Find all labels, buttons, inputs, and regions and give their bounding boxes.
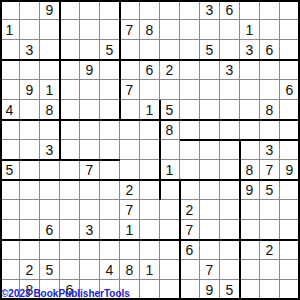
grid-cell[interactable] (140, 280, 160, 300)
grid-cell[interactable] (280, 280, 300, 300)
grid-cell-digit[interactable]: 5 (100, 40, 120, 60)
grid-cell[interactable] (220, 140, 240, 160)
grid-cell[interactable] (220, 220, 240, 240)
grid-cell[interactable] (200, 240, 220, 260)
grid-cell[interactable] (200, 100, 220, 120)
grid-cell[interactable] (260, 80, 280, 100)
grid-cell[interactable] (0, 140, 20, 160)
grid-cell[interactable] (120, 120, 140, 140)
grid-cell[interactable] (0, 120, 20, 140)
grid-cell[interactable] (120, 160, 140, 180)
grid-cell[interactable] (60, 100, 80, 120)
grid-cell[interactable] (200, 160, 220, 180)
grid-cell[interactable] (260, 200, 280, 220)
grid-cell[interactable] (240, 140, 260, 160)
grid-cell[interactable] (220, 180, 240, 200)
grid-cell[interactable] (100, 20, 120, 40)
grid-cell[interactable] (260, 260, 280, 280)
grid-cell[interactable] (220, 120, 240, 140)
grid-cell[interactable] (260, 120, 280, 140)
grid-cell[interactable] (160, 140, 180, 160)
region-border-line (159, 100, 161, 200)
grid-cell-digit[interactable]: 3 (80, 220, 100, 240)
grid-cell[interactable] (60, 240, 80, 260)
grid-cell-digit[interactable]: 9 (20, 80, 40, 100)
grid-cell[interactable] (120, 60, 140, 80)
grid-cell-digit[interactable]: 7 (120, 20, 140, 40)
grid-cell[interactable] (200, 200, 220, 220)
grid-cell-digit[interactable]: 5 (200, 40, 220, 60)
grid-cell[interactable] (60, 80, 80, 100)
grid-cell[interactable] (180, 80, 200, 100)
grid-cell[interactable] (140, 200, 160, 220)
grid-cell[interactable] (220, 160, 240, 180)
grid-cell[interactable] (100, 160, 120, 180)
grid-cell[interactable] (40, 120, 60, 140)
grid-cell-digit[interactable]: 5 (260, 180, 280, 200)
grid-cell[interactable] (80, 100, 100, 120)
grid-cell[interactable] (80, 260, 100, 280)
region-border-line (0, 119, 300, 121)
region-border-line (59, 0, 61, 160)
grid-cell[interactable] (280, 240, 300, 260)
grid-cell[interactable] (60, 120, 80, 140)
grid-cell[interactable] (260, 20, 280, 40)
grid-cell-digit[interactable]: 5 (0, 160, 20, 180)
grid-cell[interactable] (280, 180, 300, 200)
region-border-line (179, 180, 181, 300)
grid-cell-digit[interactable]: 1 (40, 80, 60, 100)
grid-cell-digit[interactable]: 9 (40, 0, 60, 20)
grid-cell[interactable] (120, 240, 140, 260)
grid-cell[interactable] (240, 60, 260, 80)
grid-cell[interactable] (0, 220, 20, 240)
grid-cell[interactable] (20, 240, 40, 260)
grid-cell-digit[interactable]: 9 (280, 160, 300, 180)
grid-cell-digit[interactable]: 5 (220, 280, 240, 300)
grid-cell[interactable] (40, 180, 60, 200)
grid-cell-digit[interactable]: 8 (260, 100, 280, 120)
grid-cell-digit[interactable]: 3 (240, 40, 260, 60)
grid-cell[interactable] (280, 200, 300, 220)
grid-cell[interactable] (180, 120, 200, 140)
grid-cell-digit[interactable]: 7 (80, 160, 100, 180)
grid-cell-digit[interactable]: 5 (160, 100, 180, 120)
grid-cell-digit[interactable]: 2 (260, 240, 280, 260)
grid-cell[interactable] (140, 120, 160, 140)
grid-cell-digit[interactable]: 8 (140, 20, 160, 40)
grid-cell[interactable] (20, 180, 40, 200)
grid-cell[interactable] (20, 200, 40, 220)
grid-cell[interactable] (40, 20, 60, 40)
grid-cell[interactable] (200, 20, 220, 40)
region-border-line (0, 59, 300, 61)
grid-cell[interactable] (220, 80, 240, 100)
grid-cell-digit[interactable]: 4 (100, 260, 120, 280)
grid-cell[interactable] (180, 40, 200, 60)
grid-cell-digit[interactable]: 1 (140, 260, 160, 280)
grid-cell[interactable] (80, 80, 100, 100)
grid-cell[interactable] (240, 220, 260, 240)
region-border-line (239, 140, 241, 300)
grid-cell-digit[interactable]: 6 (180, 240, 200, 260)
grid-cell[interactable] (160, 280, 180, 300)
grid-cell-digit[interactable]: 2 (120, 180, 140, 200)
grid-cell[interactable] (240, 240, 260, 260)
grid-cell[interactable] (100, 220, 120, 240)
grid-cell[interactable] (280, 260, 300, 280)
grid-cell[interactable] (60, 220, 80, 240)
grid-cell[interactable] (140, 220, 160, 240)
grid-cell-digit[interactable]: 7 (260, 160, 280, 180)
grid-cell[interactable] (280, 20, 300, 40)
grid-cell[interactable] (140, 40, 160, 60)
grid-cell[interactable] (100, 80, 120, 100)
grid-cell[interactable] (160, 200, 180, 220)
grid-cell[interactable] (100, 120, 120, 140)
grid-cell[interactable] (280, 60, 300, 80)
grid-cell[interactable] (80, 200, 100, 220)
grid-cell[interactable] (120, 100, 140, 120)
grid-cell[interactable] (260, 0, 280, 20)
grid-cell-digit[interactable]: 7 (120, 200, 140, 220)
grid-cell[interactable] (80, 40, 100, 60)
grid-cell-digit[interactable]: 1 (240, 20, 260, 40)
grid-cell[interactable] (200, 220, 220, 240)
grid-cell[interactable] (100, 200, 120, 220)
grid-cell[interactable] (0, 40, 20, 60)
region-border-line (298, 0, 300, 300)
grid-cell[interactable] (20, 160, 40, 180)
grid-cell[interactable] (20, 100, 40, 120)
grid-cell[interactable] (180, 160, 200, 180)
grid-cell[interactable] (40, 200, 60, 220)
grid-cell[interactable] (0, 260, 20, 280)
grid-cell[interactable] (280, 100, 300, 120)
grid-cell[interactable] (100, 100, 120, 120)
grid-cell[interactable] (80, 120, 100, 140)
grid-cell-digit[interactable]: 3 (200, 0, 220, 20)
grid-cell[interactable] (180, 260, 200, 280)
grid-cell[interactable] (140, 240, 160, 260)
grid-cell[interactable] (240, 120, 260, 140)
grid-cell-digit[interactable]: 9 (200, 280, 220, 300)
region-border-line (0, 0, 300, 2)
grid-cell[interactable] (180, 140, 200, 160)
grid-cell[interactable] (0, 180, 20, 200)
grid-cell[interactable] (200, 80, 220, 100)
grid-cell[interactable] (160, 240, 180, 260)
grid-cell[interactable] (140, 160, 160, 180)
grid-cell-digit[interactable]: 2 (20, 260, 40, 280)
grid-cell-digit[interactable]: 5 (40, 260, 60, 280)
grid-cell[interactable] (200, 140, 220, 160)
grid-cell[interactable] (60, 20, 80, 40)
grid-cell-digit[interactable]: 6 (280, 80, 300, 100)
grid-cell[interactable] (160, 40, 180, 60)
grid-cell-digit[interactable]: 3 (260, 140, 280, 160)
grid-cell-digit[interactable]: 3 (220, 60, 240, 80)
grid-cell[interactable] (60, 140, 80, 160)
grid-cell[interactable] (80, 140, 100, 160)
grid-cell[interactable] (240, 260, 260, 280)
grid-cell-digit[interactable]: 1 (120, 220, 140, 240)
grid-cell[interactable] (80, 20, 100, 40)
grid-cell[interactable] (40, 40, 60, 60)
grid-cell-digit[interactable]: 1 (0, 20, 20, 40)
grid-cell[interactable] (200, 60, 220, 80)
grid-cell[interactable] (60, 200, 80, 220)
grid-cell[interactable] (100, 140, 120, 160)
grid-cell[interactable] (20, 220, 40, 240)
grid-cell[interactable] (280, 140, 300, 160)
grid-cell[interactable] (100, 0, 120, 20)
grid-cell-digit[interactable]: 6 (140, 60, 160, 80)
grid-cell-digit[interactable]: 1 (140, 100, 160, 120)
grid-cell[interactable] (220, 40, 240, 60)
grid-cell[interactable] (120, 0, 140, 20)
region-border-line (0, 0, 2, 300)
region-border-line (0, 179, 300, 181)
puzzle-page: 9361781355369623917648158833571879295726… (0, 0, 300, 300)
grid-cell[interactable] (240, 100, 260, 120)
grid-cell[interactable] (200, 120, 220, 140)
grid-cell[interactable] (20, 20, 40, 40)
grid-cell[interactable] (160, 20, 180, 40)
grid-cell[interactable] (220, 20, 240, 40)
grid-cell[interactable] (160, 220, 180, 240)
grid-cell[interactable] (60, 160, 80, 180)
grid-cell[interactable] (180, 180, 200, 200)
grid-cell[interactable] (160, 260, 180, 280)
grid-cell[interactable] (220, 200, 240, 220)
grid-cell[interactable] (220, 260, 240, 280)
grid-cell-digit[interactable]: 2 (160, 60, 180, 80)
grid-cell-digit[interactable]: 7 (120, 80, 140, 100)
grid-cell-digit[interactable]: 7 (180, 220, 200, 240)
grid-cell-digit[interactable]: 6 (260, 40, 280, 60)
grid-cell[interactable] (0, 0, 20, 20)
grid-cell[interactable] (40, 60, 60, 80)
grid-cell-digit[interactable]: 3 (40, 140, 60, 160)
grid-cell[interactable] (20, 60, 40, 80)
grid-cell[interactable] (0, 80, 20, 100)
grid-cell[interactable] (20, 140, 40, 160)
grid-cell[interactable] (180, 20, 200, 40)
region-border-line (0, 239, 300, 241)
grid-cell[interactable] (100, 240, 120, 260)
region-border-line (119, 0, 121, 120)
grid-cell-digit[interactable]: 8 (40, 100, 60, 120)
grid-cell-digit[interactable]: 6 (40, 220, 60, 240)
grid-cell[interactable] (260, 220, 280, 240)
grid-cell[interactable] (180, 100, 200, 120)
grid-cell-digit[interactable]: 8 (160, 120, 180, 140)
grid-cell[interactable] (140, 0, 160, 20)
grid-cell-digit[interactable]: 6 (220, 0, 240, 20)
grid-cell[interactable] (160, 80, 180, 100)
grid-cell[interactable] (280, 120, 300, 140)
grid-cell-digit[interactable]: 8 (240, 160, 260, 180)
grid-cell[interactable] (180, 0, 200, 20)
grid-cell[interactable] (20, 120, 40, 140)
grid-cell-digit[interactable]: 4 (0, 100, 20, 120)
grid-cell-digit[interactable]: 7 (200, 260, 220, 280)
grid-cell[interactable] (0, 60, 20, 80)
grid-cell[interactable] (140, 180, 160, 200)
grid-cell[interactable] (60, 60, 80, 80)
grid-cell-digit[interactable]: 3 (20, 40, 40, 60)
grid-cell[interactable] (280, 40, 300, 60)
grid-cell[interactable] (60, 180, 80, 200)
grid-cell[interactable] (160, 0, 180, 20)
grid-cell[interactable] (240, 280, 260, 300)
grid-cell[interactable] (80, 240, 100, 260)
grid-cell[interactable] (60, 260, 80, 280)
grid-cell[interactable] (100, 60, 120, 80)
grid-cell-digit[interactable]: 1 (160, 160, 180, 180)
grid-cell[interactable] (80, 180, 100, 200)
grid-cell-digit[interactable]: 9 (240, 180, 260, 200)
grid-cell[interactable] (40, 160, 60, 180)
grid-cell[interactable] (200, 180, 220, 200)
grid-cell[interactable] (120, 140, 140, 160)
grid-cell[interactable] (260, 280, 280, 300)
grid-cell[interactable] (140, 140, 160, 160)
grid-cell[interactable] (280, 220, 300, 240)
grid-cell[interactable] (280, 0, 300, 20)
grid-cell[interactable] (0, 240, 20, 260)
grid-cell[interactable] (220, 240, 240, 260)
grid-cell[interactable] (180, 280, 200, 300)
grid-cell[interactable] (260, 60, 280, 80)
grid-cell[interactable] (120, 40, 140, 60)
grid-cell[interactable] (60, 0, 80, 20)
grid-cell[interactable] (20, 0, 40, 20)
grid-cell[interactable] (40, 240, 60, 260)
grid-cell-digit[interactable]: 8 (120, 260, 140, 280)
grid-cell[interactable] (100, 180, 120, 200)
grid-cell-digit[interactable]: 2 (180, 200, 200, 220)
grid-cell[interactable] (160, 180, 180, 200)
grid-cell[interactable] (0, 200, 20, 220)
grid-cell[interactable] (240, 80, 260, 100)
grid-cell[interactable] (140, 80, 160, 100)
grid-cell[interactable] (80, 0, 100, 20)
sudoku-board: 9361781355369623917648158833571879295726… (0, 0, 300, 300)
grid-cell-digit[interactable]: 9 (80, 60, 100, 80)
grid-cell[interactable] (60, 40, 80, 60)
grid-cell[interactable] (220, 100, 240, 120)
grid-cell[interactable] (180, 60, 200, 80)
grid-cell[interactable] (240, 0, 260, 20)
grid-cell[interactable] (240, 200, 260, 220)
